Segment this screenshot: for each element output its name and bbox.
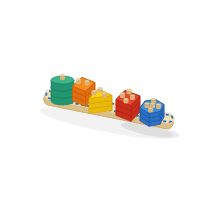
yellow-triangle-stack [89, 88, 112, 114]
toy-scene [0, 0, 218, 218]
product-image [0, 0, 218, 218]
blue-hexagon-stack [140, 99, 164, 127]
green-circle-stack [51, 75, 74, 106]
counting-pegs [60, 75, 65, 81]
